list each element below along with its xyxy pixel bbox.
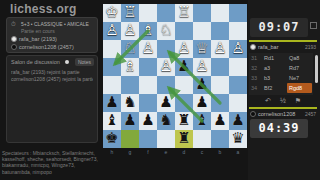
file-label: d bbox=[175, 148, 193, 156]
piece-white-knight: ♘ bbox=[157, 21, 175, 39]
spectators-list: Spectateurs : Mbiancksch, Stellamknecht,… bbox=[2, 150, 101, 175]
chat-message: cornelison1208 (2457) rejoint la partie bbox=[11, 76, 93, 82]
move-row: 33b3Ne7 bbox=[249, 73, 313, 83]
piece-black-pawn: ♟ bbox=[121, 111, 139, 129]
square-a5[interactable] bbox=[229, 76, 247, 94]
move-number: 31 bbox=[249, 53, 262, 63]
square-a4[interactable] bbox=[229, 58, 247, 76]
piece-white-pawn: ♙ bbox=[139, 39, 157, 57]
file-label: a bbox=[229, 148, 247, 156]
square-b8[interactable] bbox=[211, 130, 229, 148]
piece-black-rook: ♜ bbox=[175, 111, 193, 129]
piece-white-bishop: ♗ bbox=[121, 57, 139, 75]
square-h3[interactable] bbox=[103, 40, 121, 58]
black-disc-icon bbox=[11, 44, 17, 50]
move-black[interactable]: Rd7 bbox=[287, 63, 312, 73]
top-clock: 09:07 bbox=[250, 18, 308, 37]
square-e2[interactable]: ♘ bbox=[157, 22, 175, 40]
game-status-text: Partie en cours bbox=[21, 28, 55, 34]
move-row: 32a3Rd7 bbox=[249, 63, 313, 73]
move-number: 32 bbox=[249, 63, 262, 73]
time-bar-top bbox=[249, 40, 317, 42]
square-e4[interactable]: ♙ bbox=[157, 58, 175, 76]
square-e6[interactable]: ♟ bbox=[157, 94, 175, 112]
square-a7[interactable]: ♟ bbox=[229, 112, 247, 130]
square-h2[interactable]: ♙ bbox=[103, 22, 121, 40]
panel-player-bottom[interactable]: cornelison1208 2457 bbox=[250, 110, 317, 118]
square-d5[interactable] bbox=[175, 76, 193, 94]
piece-black-pawn: ♟ bbox=[103, 93, 121, 111]
piece-white-knight: ♘ bbox=[121, 39, 139, 57]
piece-white-pawn: ♙ bbox=[229, 39, 247, 57]
square-d1[interactable]: ♖ bbox=[175, 4, 193, 22]
time-bar-bottom bbox=[249, 107, 317, 109]
square-f8[interactable] bbox=[139, 130, 157, 148]
square-f1[interactable] bbox=[139, 4, 157, 22]
piece-white-pawn: ♙ bbox=[157, 57, 175, 75]
square-d6[interactable] bbox=[175, 94, 193, 112]
black-disc-icon bbox=[250, 111, 256, 117]
piece-white-rook: ♖ bbox=[121, 3, 139, 21]
file-label: c bbox=[193, 148, 211, 156]
piece-black-pawn: ♟ bbox=[139, 111, 157, 129]
square-g8[interactable] bbox=[121, 130, 139, 148]
move-white[interactable]: Rd1 bbox=[262, 53, 287, 63]
piece-black-bishop: ♝ bbox=[193, 111, 211, 129]
square-c1[interactable] bbox=[193, 4, 211, 22]
square-d4[interactable]: ♟ bbox=[175, 58, 193, 76]
square-c5[interactable]: ♟ bbox=[193, 76, 211, 94]
square-b3[interactable]: ♙ bbox=[211, 40, 229, 58]
square-e5[interactable] bbox=[157, 76, 175, 94]
square-h6[interactable]: ♟ bbox=[103, 94, 121, 112]
square-e3[interactable] bbox=[157, 40, 175, 58]
piece-black-pawn: ♟ bbox=[193, 75, 211, 93]
square-h4[interactable] bbox=[103, 58, 121, 76]
square-c4[interactable]: ♙ bbox=[193, 58, 211, 76]
square-f2[interactable]: ♗ bbox=[139, 22, 157, 40]
file-coordinates: hgfedcba bbox=[103, 148, 247, 156]
square-a1[interactable] bbox=[229, 4, 247, 22]
draw-offer-button[interactable]: ½ bbox=[280, 96, 286, 106]
square-f5[interactable] bbox=[139, 76, 157, 94]
file-label: b bbox=[211, 148, 229, 156]
square-d3[interactable]: ♙ bbox=[175, 40, 193, 58]
square-c2[interactable] bbox=[193, 22, 211, 40]
panel-player-top[interactable]: rafa_bar 2193 bbox=[250, 43, 317, 51]
game-meta-line1: 5+3 • CLASSIQUE • AMICALE bbox=[21, 21, 89, 27]
piece-white-king: ♔ bbox=[103, 3, 121, 21]
resize-icon[interactable] bbox=[310, 22, 317, 29]
chat-notes-tab[interactable]: Notes bbox=[75, 58, 94, 66]
move-row: 31Rd1Qa8 bbox=[249, 53, 313, 63]
square-g5[interactable] bbox=[121, 76, 139, 94]
square-e7[interactable]: ♞ bbox=[157, 112, 175, 130]
piece-black-pawn: ♟ bbox=[229, 111, 247, 129]
piece-white-queen: ♕ bbox=[193, 39, 211, 57]
piece-black-knight: ♞ bbox=[121, 93, 139, 111]
square-f4[interactable] bbox=[139, 58, 157, 76]
square-b4[interactable] bbox=[211, 58, 229, 76]
white-disc-icon bbox=[250, 44, 256, 50]
piece-black-bishop: ♝ bbox=[103, 111, 121, 129]
square-a2[interactable] bbox=[229, 22, 247, 40]
piece-white-pawn: ♙ bbox=[103, 21, 121, 39]
sidebar-player-black[interactable]: cornelison1208 (2457) bbox=[11, 43, 95, 50]
square-b5[interactable] bbox=[211, 76, 229, 94]
square-g1[interactable]: ♖ bbox=[121, 4, 139, 22]
square-b1[interactable] bbox=[211, 4, 229, 22]
square-h5[interactable] bbox=[103, 76, 121, 94]
square-a3[interactable]: ♙ bbox=[229, 40, 247, 58]
piece-black-pawn: ♟ bbox=[211, 111, 229, 129]
chat-title: Salon de discussion bbox=[11, 59, 60, 65]
file-label: h bbox=[103, 148, 121, 156]
square-h1[interactable]: ♔ bbox=[103, 4, 121, 22]
piece-white-pawn: ♙ bbox=[211, 39, 229, 57]
piece-black-pawn: ♟ bbox=[193, 93, 211, 111]
chat-box: Salon de discussion Notes rafa_bar (2193… bbox=[6, 55, 98, 143]
move-black[interactable]: Qa8 bbox=[287, 53, 312, 63]
file-label: e bbox=[157, 148, 175, 156]
chat-message: rafa_bar (2193) rejoint la partie bbox=[11, 69, 93, 75]
square-d8[interactable]: ♜ bbox=[175, 130, 193, 148]
square-d2[interactable] bbox=[175, 22, 193, 40]
square-g4[interactable]: ♗ bbox=[121, 58, 139, 76]
move-number: 34 bbox=[249, 83, 262, 93]
bottom-clock: 04:39 bbox=[250, 119, 308, 138]
move-white[interactable]: Bf2 bbox=[262, 83, 287, 93]
piece-black-rook: ♜ bbox=[175, 129, 193, 147]
piece-black-queen: ♛ bbox=[229, 129, 247, 147]
move-black[interactable]: Ne7 bbox=[287, 73, 312, 83]
square-e8[interactable] bbox=[157, 130, 175, 148]
piece-white-pawn: ♙ bbox=[175, 39, 193, 57]
move-number: 33 bbox=[249, 73, 262, 83]
square-f3[interactable]: ♙ bbox=[139, 40, 157, 58]
square-c7[interactable]: ♝ bbox=[193, 112, 211, 130]
square-g7[interactable]: ♟ bbox=[121, 112, 139, 130]
square-b2[interactable] bbox=[211, 22, 229, 40]
white-disc-icon bbox=[11, 36, 17, 42]
game-panel: 09:07 rafa_bar 2193 31Rd1Qa832a3Rd733b3N… bbox=[248, 0, 320, 180]
square-a6[interactable] bbox=[229, 94, 247, 112]
square-a8[interactable]: ♛ bbox=[229, 130, 247, 148]
move-scrollbar[interactable] bbox=[315, 55, 318, 83]
square-b7[interactable]: ♟ bbox=[211, 112, 229, 130]
piece-white-pawn: ♙ bbox=[121, 21, 139, 39]
piece-black-pawn: ♟ bbox=[157, 93, 175, 111]
move-white[interactable]: b3 bbox=[262, 73, 287, 83]
piece-black-king: ♚ bbox=[103, 129, 121, 147]
square-h8[interactable]: ♚ bbox=[103, 130, 121, 148]
resign-button[interactable]: ⚑ bbox=[295, 96, 301, 106]
piece-white-bishop: ♗ bbox=[139, 21, 157, 39]
lichess-app: lichess.org ⏱ 5+3 • CLASSIQUE • AMICALE … bbox=[0, 0, 320, 180]
square-c3[interactable]: ♕ bbox=[193, 40, 211, 58]
square-b6[interactable] bbox=[211, 94, 229, 112]
square-g6[interactable]: ♞ bbox=[121, 94, 139, 112]
square-c6[interactable]: ♟ bbox=[193, 94, 211, 112]
piece-white-pawn: ♙ bbox=[193, 57, 211, 75]
piece-black-knight: ♞ bbox=[157, 111, 175, 129]
square-h7[interactable]: ♝ bbox=[103, 112, 121, 130]
board: ♔♖♖♙♙♗♘♘♙♙♕♙♙♗♙♟♙♟♟♞♟♟♝♟♟♞♜♝♟♟♚♜♛ bbox=[103, 4, 247, 148]
chat-toggle[interactable] bbox=[65, 60, 69, 64]
takeback-button[interactable]: ↶ bbox=[265, 96, 271, 106]
move-list: 31Rd1Qa832a3Rd733b3Ne734Bf2Rgd8 bbox=[249, 53, 313, 95]
square-e1[interactable] bbox=[157, 4, 175, 22]
game-meta-box: ⏱ 5+3 • CLASSIQUE • AMICALE Partie en co… bbox=[6, 17, 98, 53]
clock-icon: ⏱ bbox=[11, 21, 16, 28]
lichess-logo[interactable]: lichess.org bbox=[10, 2, 77, 16]
square-g2[interactable]: ♙ bbox=[121, 22, 139, 40]
piece-black-pawn: ♟ bbox=[175, 57, 193, 75]
piece-white-rook: ♖ bbox=[175, 3, 193, 21]
file-label: f bbox=[139, 148, 157, 156]
sidebar-player-white[interactable]: rafa_bar (2193) bbox=[11, 35, 95, 42]
square-f6[interactable] bbox=[139, 94, 157, 112]
square-d7[interactable]: ♜ bbox=[175, 112, 193, 130]
square-g3[interactable]: ♘ bbox=[121, 40, 139, 58]
move-row: 34Bf2Rgd8 bbox=[249, 83, 313, 93]
move-black[interactable]: Rgd8 bbox=[287, 83, 312, 93]
file-label: g bbox=[121, 148, 139, 156]
square-f7[interactable]: ♟ bbox=[139, 112, 157, 130]
move-white[interactable]: a3 bbox=[262, 63, 287, 73]
game-actions: ↶½⚑ bbox=[250, 96, 316, 106]
square-c8[interactable] bbox=[193, 130, 211, 148]
